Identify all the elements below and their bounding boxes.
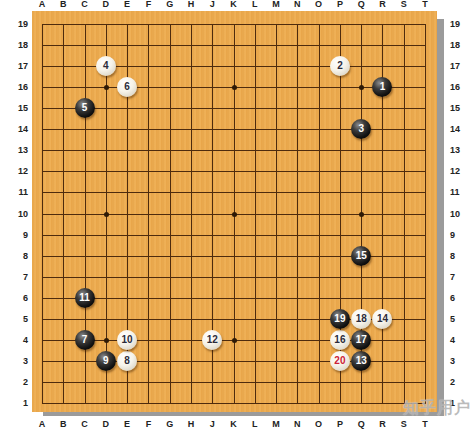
column-label-top: L xyxy=(245,0,265,9)
grid-line xyxy=(425,24,426,404)
stone-white-16[interactable]: 16 xyxy=(330,330,350,350)
star-point xyxy=(104,338,109,343)
row-label-right: 3 xyxy=(450,356,474,366)
column-label-bottom: L xyxy=(245,419,265,429)
column-label-bottom: M xyxy=(266,419,286,429)
row-label-left: 18 xyxy=(6,40,28,50)
column-label-top: H xyxy=(181,0,201,9)
row-label-left: 15 xyxy=(6,103,28,113)
stone-white-10[interactable]: 10 xyxy=(117,330,137,350)
column-label-bottom: T xyxy=(415,419,435,429)
move-number: 14 xyxy=(377,313,388,324)
grid-line xyxy=(42,403,426,404)
column-label-top: D xyxy=(96,0,116,9)
column-label-top: J xyxy=(202,0,222,9)
star-point xyxy=(104,85,109,90)
row-label-right: 5 xyxy=(450,314,474,324)
column-label-top: E xyxy=(117,0,137,9)
grid-line xyxy=(42,235,426,236)
column-label-bottom: Q xyxy=(351,419,371,429)
stone-white-2[interactable]: 2 xyxy=(330,56,350,76)
column-label-top: S xyxy=(394,0,414,9)
row-label-right: 18 xyxy=(450,40,474,50)
row-label-left: 13 xyxy=(6,145,28,155)
go-diagram-page: 1234567891011121314151617181920 AABBCCDD… xyxy=(0,0,474,435)
column-label-top: Q xyxy=(351,0,371,9)
move-number: 13 xyxy=(356,355,367,366)
move-number: 2 xyxy=(337,60,343,71)
stone-black-5[interactable]: 5 xyxy=(75,98,95,118)
column-label-top: B xyxy=(53,0,73,9)
column-label-bottom: H xyxy=(181,419,201,429)
stone-black-19[interactable]: 19 xyxy=(330,309,350,329)
row-label-left: 5 xyxy=(6,314,28,324)
row-label-left: 11 xyxy=(6,187,28,197)
grid-line xyxy=(42,382,426,383)
stone-white-20[interactable]: 20 xyxy=(330,351,350,371)
star-point xyxy=(359,212,364,217)
move-number: 20 xyxy=(334,355,345,366)
row-label-right: 12 xyxy=(450,166,474,176)
move-number: 5 xyxy=(82,102,88,113)
star-point xyxy=(232,212,237,217)
move-number: 9 xyxy=(103,355,109,366)
column-label-bottom: A xyxy=(32,419,52,429)
row-label-right: 4 xyxy=(450,335,474,345)
move-number: 7 xyxy=(82,334,88,345)
move-number: 19 xyxy=(334,313,345,324)
stone-black-1[interactable]: 1 xyxy=(372,77,392,97)
column-label-top: O xyxy=(309,0,329,9)
row-label-right: 7 xyxy=(450,272,474,282)
column-label-top: A xyxy=(32,0,52,9)
row-label-right: 9 xyxy=(450,230,474,240)
star-point xyxy=(359,85,364,90)
stone-black-9[interactable]: 9 xyxy=(96,351,116,371)
move-number: 17 xyxy=(356,334,367,345)
go-board[interactable]: 1234567891011121314151617181920 xyxy=(32,11,437,412)
column-label-top: G xyxy=(160,0,180,9)
stone-black-15[interactable]: 15 xyxy=(351,246,371,266)
column-label-top: N xyxy=(287,0,307,9)
column-label-bottom: C xyxy=(75,419,95,429)
column-label-top: T xyxy=(415,0,435,9)
row-label-right: 2 xyxy=(450,377,474,387)
move-number: 15 xyxy=(356,250,367,261)
stone-white-8[interactable]: 8 xyxy=(117,351,137,371)
move-number: 4 xyxy=(103,60,109,71)
column-label-bottom: E xyxy=(117,419,137,429)
row-label-right: 11 xyxy=(450,187,474,197)
column-label-top: P xyxy=(330,0,350,9)
column-label-bottom: N xyxy=(287,419,307,429)
row-label-left: 12 xyxy=(6,166,28,176)
stone-white-14[interactable]: 14 xyxy=(372,309,392,329)
move-number: 6 xyxy=(124,81,130,92)
row-label-left: 10 xyxy=(6,209,28,219)
column-label-bottom: O xyxy=(309,419,329,429)
row-label-right: 14 xyxy=(450,124,474,134)
row-label-left: 7 xyxy=(6,272,28,282)
grid-line xyxy=(276,24,277,404)
watermark: 知乎用户 xyxy=(403,398,471,419)
row-label-right: 10 xyxy=(450,209,474,219)
row-label-right: 19 xyxy=(450,19,474,29)
grid-line xyxy=(42,298,426,299)
grid-line xyxy=(255,24,256,404)
move-number: 8 xyxy=(124,355,130,366)
stone-black-3[interactable]: 3 xyxy=(351,119,371,139)
row-label-left: 9 xyxy=(6,230,28,240)
column-label-bottom: F xyxy=(138,419,158,429)
column-label-top: M xyxy=(266,0,286,9)
row-label-left: 17 xyxy=(6,61,28,71)
stone-white-12[interactable]: 12 xyxy=(202,330,222,350)
stone-white-18[interactable]: 18 xyxy=(351,309,371,329)
move-number: 16 xyxy=(334,334,345,345)
column-label-top: F xyxy=(138,0,158,9)
row-label-left: 16 xyxy=(6,82,28,92)
column-label-bottom: G xyxy=(160,419,180,429)
grid-line xyxy=(42,277,426,278)
row-label-right: 16 xyxy=(450,82,474,92)
column-label-bottom: R xyxy=(372,419,392,429)
row-label-left: 4 xyxy=(6,335,28,345)
row-label-left: 1 xyxy=(6,398,28,408)
stone-white-4[interactable]: 4 xyxy=(96,56,116,76)
move-number: 10 xyxy=(122,334,133,345)
move-number: 12 xyxy=(207,334,218,345)
row-label-left: 14 xyxy=(6,124,28,134)
move-number: 11 xyxy=(79,292,90,303)
grid-line xyxy=(319,24,320,404)
column-label-bottom: P xyxy=(330,419,350,429)
column-label-bottom: D xyxy=(96,419,116,429)
row-label-right: 8 xyxy=(450,251,474,261)
column-label-bottom: K xyxy=(224,419,244,429)
row-label-left: 2 xyxy=(6,377,28,387)
row-label-left: 8 xyxy=(6,251,28,261)
column-label-top: R xyxy=(372,0,392,9)
stone-black-13[interactable]: 13 xyxy=(351,351,371,371)
move-number: 3 xyxy=(358,123,364,134)
column-label-bottom: J xyxy=(202,419,222,429)
row-label-left: 19 xyxy=(6,19,28,29)
row-label-right: 15 xyxy=(450,103,474,113)
stone-black-11[interactable]: 11 xyxy=(75,288,95,308)
column-label-top: C xyxy=(75,0,95,9)
column-label-bottom: B xyxy=(53,419,73,429)
stone-black-17[interactable]: 17 xyxy=(351,330,371,350)
move-number: 1 xyxy=(380,81,386,92)
grid-line xyxy=(404,24,405,404)
star-point xyxy=(232,338,237,343)
column-label-bottom: S xyxy=(394,419,414,429)
stone-black-7[interactable]: 7 xyxy=(75,330,95,350)
row-label-left: 6 xyxy=(6,293,28,303)
row-label-right: 13 xyxy=(450,145,474,155)
row-label-left: 3 xyxy=(6,356,28,366)
row-label-right: 17 xyxy=(450,61,474,71)
star-point xyxy=(232,85,237,90)
stone-white-6[interactable]: 6 xyxy=(117,77,137,97)
grid-line xyxy=(297,24,298,404)
move-number: 18 xyxy=(356,313,367,324)
row-label-right: 6 xyxy=(450,293,474,303)
column-label-top: K xyxy=(224,0,244,9)
star-point xyxy=(104,212,109,217)
